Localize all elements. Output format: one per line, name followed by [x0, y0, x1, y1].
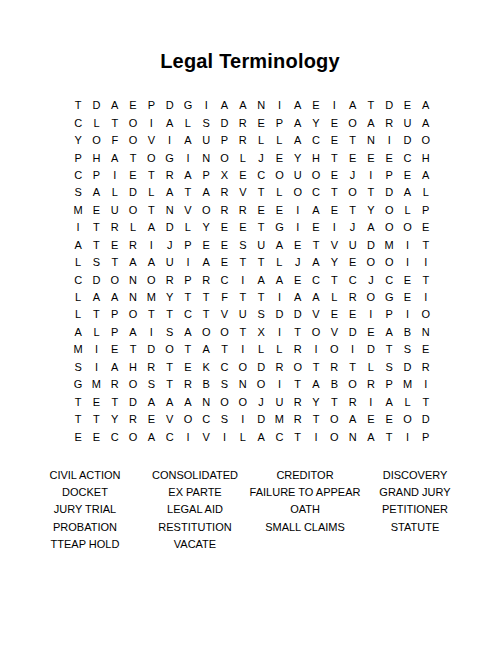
grid-cell: O — [362, 289, 380, 306]
word-list-item: CREDITOR — [250, 467, 360, 484]
grid-cell: E — [398, 271, 416, 288]
grid-cell: A — [307, 202, 325, 219]
grid-cell: D — [362, 341, 380, 358]
grid-cell: L — [270, 341, 288, 358]
grid-cell: J — [160, 237, 178, 254]
grid-cell: D — [124, 393, 142, 410]
grid-cell: A — [160, 393, 178, 410]
grid-cell: C — [307, 184, 325, 201]
grid-cell: D — [380, 184, 398, 201]
grid-cell: A — [106, 149, 124, 166]
word-list-item: CONSOLIDATED — [140, 467, 250, 484]
grid-cell: L — [270, 132, 288, 149]
grid-cell: S — [380, 359, 398, 376]
grid-cell: E — [417, 341, 435, 358]
grid-cell: I — [160, 132, 178, 149]
grid-cell: S — [160, 324, 178, 341]
grid-cell: C — [69, 271, 87, 288]
word-list-item: SMALL CLAIMS — [250, 519, 360, 536]
grid-cell: T — [417, 393, 435, 410]
grid-cell: T — [160, 376, 178, 393]
grid-cell: H — [87, 149, 105, 166]
grid-cell: E — [252, 114, 270, 131]
grid-cell: A — [106, 97, 124, 114]
grid-cell: C — [307, 271, 325, 288]
grid-cell: J — [252, 393, 270, 410]
grid-cell: I — [197, 97, 215, 114]
grid-cell: T — [215, 341, 233, 358]
grid-cell: I — [69, 219, 87, 236]
grid-cell: C — [252, 167, 270, 184]
grid-cell: T — [417, 237, 435, 254]
grid-cell: P — [142, 97, 160, 114]
grid-cell: L — [270, 184, 288, 201]
grid-cell: L — [398, 393, 416, 410]
grid-cell: T — [252, 219, 270, 236]
grid-cell: P — [417, 202, 435, 219]
grid-cell: A — [252, 428, 270, 445]
grid-cell: A — [289, 289, 307, 306]
grid-cell: A — [106, 359, 124, 376]
grid-cell: G — [270, 219, 288, 236]
grid-cell: I — [362, 306, 380, 323]
grid-cell: T — [289, 428, 307, 445]
grid-cell: V — [325, 324, 343, 341]
grid-cell: O — [362, 254, 380, 271]
grid-cell: F — [106, 132, 124, 149]
grid-cell: I — [325, 219, 343, 236]
grid-cell: I — [87, 341, 105, 358]
grid-cell: T — [343, 132, 361, 149]
grid-cell: A — [69, 237, 87, 254]
grid-cell: X — [215, 167, 233, 184]
grid-cell: E — [417, 219, 435, 236]
grid-cell: A — [270, 271, 288, 288]
grid-cell: C — [179, 306, 197, 323]
grid-cell: A — [380, 393, 398, 410]
grid-cell: O — [289, 184, 307, 201]
grid-cell: S — [87, 254, 105, 271]
grid-cell: L — [124, 219, 142, 236]
grid-cell: A — [234, 97, 252, 114]
grid-cell: O — [307, 324, 325, 341]
grid-cell: D — [252, 359, 270, 376]
grid-cell: E — [289, 271, 307, 288]
grid-cell: O — [87, 132, 105, 149]
grid-cell: A — [307, 289, 325, 306]
grid-cell: D — [289, 306, 307, 323]
grid-cell: N — [417, 324, 435, 341]
grid-cell: N — [234, 376, 252, 393]
grid-cell: O — [270, 167, 288, 184]
grid-cell: J — [343, 167, 361, 184]
grid-cell: C — [160, 428, 178, 445]
word-list-item: RESTITUTION — [140, 519, 250, 536]
grid-cell: L — [69, 289, 87, 306]
grid-cell: U — [343, 237, 361, 254]
grid-cell: A — [362, 428, 380, 445]
grid-cell: O — [325, 341, 343, 358]
grid-cell: R — [343, 289, 361, 306]
grid-cell: C — [380, 271, 398, 288]
grid-cell: N — [124, 271, 142, 288]
grid-cell: O — [106, 271, 124, 288]
grid-cell: A — [343, 97, 361, 114]
grid-cell: E — [380, 411, 398, 428]
grid-cell: T — [106, 393, 124, 410]
grid-cell: R — [124, 237, 142, 254]
grid-cell: Y — [160, 289, 178, 306]
grid-cell: T — [106, 254, 124, 271]
grid-cell: C — [69, 114, 87, 131]
grid-cell: T — [142, 202, 160, 219]
grid-cell: D — [343, 324, 361, 341]
grid-cell: R — [106, 219, 124, 236]
grid-cell: A — [142, 393, 160, 410]
grid-cell: P — [380, 306, 398, 323]
grid-cell: E — [124, 97, 142, 114]
grid-cell: A — [142, 428, 160, 445]
grid-cell: R — [234, 114, 252, 131]
grid-cell: E — [362, 411, 380, 428]
grid-cell: R — [160, 167, 178, 184]
grid-cell: T — [87, 237, 105, 254]
grid-cell: L — [325, 289, 343, 306]
grid-cell: I — [289, 219, 307, 236]
grid-cell: A — [417, 167, 435, 184]
grid-cell: A — [398, 184, 416, 201]
grid-cell: N — [197, 393, 215, 410]
grid-cell: U — [398, 114, 416, 131]
grid-cell: I — [215, 428, 233, 445]
grid-cell: L — [87, 324, 105, 341]
word-list-item: GRAND JURY — [360, 484, 470, 501]
word-list-item: DOCKET — [30, 484, 140, 501]
grid-cell: R — [289, 393, 307, 410]
grid-cell: T — [252, 289, 270, 306]
grid-cell: P — [106, 324, 124, 341]
grid-cell: R — [106, 376, 124, 393]
grid-cell: E — [325, 202, 343, 219]
grid-cell: O — [417, 306, 435, 323]
grid-cell: T — [234, 289, 252, 306]
grid-cell: E — [307, 219, 325, 236]
grid-cell: D — [270, 306, 288, 323]
grid-cell: T — [160, 359, 178, 376]
grid-cell: H — [307, 149, 325, 166]
grid-cell: T — [69, 97, 87, 114]
grid-cell: O — [325, 428, 343, 445]
word-list-item: JURY TRIAL — [30, 501, 140, 518]
grid-cell: R — [215, 202, 233, 219]
grid-cell: R — [380, 114, 398, 131]
grid-cell: S — [234, 237, 252, 254]
grid-cell: G — [380, 289, 398, 306]
grid-cell: J — [252, 149, 270, 166]
grid-cell: I — [87, 359, 105, 376]
grid-cell: T — [234, 254, 252, 271]
grid-cell: X — [252, 324, 270, 341]
grid-cell: P — [380, 376, 398, 393]
grid-cell: T — [252, 254, 270, 271]
grid-cell: E — [362, 149, 380, 166]
grid-cell: A — [179, 167, 197, 184]
grid-cell: E — [289, 237, 307, 254]
grid-cell: R — [270, 359, 288, 376]
grid-cell: O — [124, 306, 142, 323]
grid-cell: I — [270, 324, 288, 341]
grid-cell: A — [380, 324, 398, 341]
grid-cell: A — [142, 254, 160, 271]
grid-cell: O — [380, 202, 398, 219]
grid-cell: A — [343, 411, 361, 428]
grid-cell: R — [124, 411, 142, 428]
grid-cell: L — [179, 114, 197, 131]
grid-cell: S — [197, 114, 215, 131]
grid-cell: R — [234, 202, 252, 219]
grid-cell: L — [252, 341, 270, 358]
grid-cell: U — [270, 393, 288, 410]
grid-cell: N — [124, 289, 142, 306]
grid-cell: R — [197, 271, 215, 288]
grid-cell: R — [234, 132, 252, 149]
grid-cell: U — [106, 202, 124, 219]
grid-cell: B — [398, 324, 416, 341]
grid-cell: C — [69, 167, 87, 184]
grid-cell: E — [106, 237, 124, 254]
grid-cell: J — [289, 254, 307, 271]
grid-cell: D — [124, 184, 142, 201]
grid-cell: O — [124, 114, 142, 131]
grid-cell: Y — [106, 411, 124, 428]
word-list-item: FAILURE TO APPEAR — [250, 484, 360, 501]
grid-cell: P — [106, 306, 124, 323]
grid-cell: A — [179, 393, 197, 410]
grid-cell: L — [270, 254, 288, 271]
grid-cell: I — [398, 254, 416, 271]
word-list-item: PROBATION — [30, 519, 140, 536]
grid-cell: A — [197, 341, 215, 358]
grid-cell: C — [215, 271, 233, 288]
grid-cell: N — [343, 428, 361, 445]
grid-cell: T — [87, 219, 105, 236]
grid-cell: O — [215, 149, 233, 166]
grid-cell: V — [307, 306, 325, 323]
grid-cell: I — [106, 167, 124, 184]
grid-cell: G — [179, 97, 197, 114]
grid-cell: T — [307, 237, 325, 254]
grid-cell: Y — [307, 393, 325, 410]
grid-cell: U — [252, 237, 270, 254]
grid-cell: O — [380, 219, 398, 236]
grid-cell: Y — [362, 202, 380, 219]
grid-cell: D — [398, 132, 416, 149]
grid-cell: O — [160, 341, 178, 358]
grid-cell: T — [106, 114, 124, 131]
grid-cell: A — [289, 132, 307, 149]
grid-cell: T — [289, 376, 307, 393]
grid-cell: E — [325, 306, 343, 323]
grid-cell: T — [307, 411, 325, 428]
grid-cell: I — [142, 237, 160, 254]
grid-cell: J — [362, 271, 380, 288]
grid-cell: O — [142, 271, 160, 288]
grid-cell: A — [69, 324, 87, 341]
grid-cell: D — [417, 411, 435, 428]
grid-cell: I — [234, 271, 252, 288]
grid-cell: A — [289, 114, 307, 131]
grid-cell: V — [142, 132, 160, 149]
grid-cell: V — [325, 237, 343, 254]
grid-cell: E — [252, 202, 270, 219]
grid-cell: O — [197, 202, 215, 219]
grid-cell: L — [234, 428, 252, 445]
grid-cell: A — [362, 219, 380, 236]
word-list-item: DISCOVERY — [360, 467, 470, 484]
grid-cell: T — [307, 359, 325, 376]
grid-cell: L — [398, 202, 416, 219]
grid-cell: U — [289, 167, 307, 184]
grid-cell: I — [142, 114, 160, 131]
grid-cell: T — [179, 289, 197, 306]
grid-cell: T — [343, 359, 361, 376]
grid-cell: O — [343, 376, 361, 393]
grid-cell: V — [179, 202, 197, 219]
grid-cell: A — [87, 184, 105, 201]
grid-cell: E — [362, 324, 380, 341]
grid-cell: U — [234, 306, 252, 323]
grid-cell: T — [124, 149, 142, 166]
grid-cell: T — [362, 184, 380, 201]
grid-cell: T — [142, 167, 160, 184]
grid-cell: E — [69, 428, 87, 445]
grid-cell: M — [142, 289, 160, 306]
grid-cell: I — [398, 306, 416, 323]
grid-cell: I — [179, 428, 197, 445]
grid-cell: D — [398, 359, 416, 376]
grid-cell: A — [417, 97, 435, 114]
grid-cell: T — [362, 97, 380, 114]
grid-cell: L — [234, 149, 252, 166]
grid-cell: O — [380, 254, 398, 271]
grid-cell: R — [160, 271, 178, 288]
grid-cell: P — [179, 271, 197, 288]
grid-cell: T — [325, 393, 343, 410]
grid-cell: H — [124, 359, 142, 376]
grid-cell: L — [69, 254, 87, 271]
grid-cell: O — [179, 411, 197, 428]
word-search-grid: TDAEPDGIAANIAEIATDEACLTOIALSDREPAYEOARUA… — [69, 97, 435, 446]
grid-cell: A — [307, 376, 325, 393]
grid-cell: O — [142, 149, 160, 166]
grid-cell: B — [325, 376, 343, 393]
grid-cell: U — [160, 254, 178, 271]
grid-cell: I — [307, 428, 325, 445]
grid-cell: M — [270, 411, 288, 428]
word-list-item: LEGAL AID — [140, 501, 250, 518]
grid-cell: V — [215, 306, 233, 323]
grid-cell: D — [160, 219, 178, 236]
grid-cell: O — [124, 428, 142, 445]
grid-cell: E — [124, 167, 142, 184]
grid-cell: M — [398, 376, 416, 393]
grid-cell: O — [343, 184, 361, 201]
grid-cell: I — [270, 97, 288, 114]
grid-cell: R — [343, 393, 361, 410]
grid-cell: C — [197, 411, 215, 428]
grid-cell: O — [124, 132, 142, 149]
grid-cell: T — [197, 306, 215, 323]
grid-cell: T — [124, 341, 142, 358]
grid-cell: S — [142, 376, 160, 393]
grid-cell: L — [87, 114, 105, 131]
grid-cell: P — [87, 167, 105, 184]
grid-cell: D — [380, 97, 398, 114]
grid-cell: A — [160, 184, 178, 201]
grid-cell: R — [417, 359, 435, 376]
grid-cell: E — [142, 411, 160, 428]
grid-cell: E — [398, 97, 416, 114]
grid-cell: M — [380, 237, 398, 254]
grid-cell: N — [160, 202, 178, 219]
grid-cell: A — [215, 97, 233, 114]
grid-cell: A — [124, 254, 142, 271]
grid-cell: A — [160, 114, 178, 131]
grid-cell: I — [398, 428, 416, 445]
grid-cell: T — [325, 271, 343, 288]
grid-cell: B — [197, 376, 215, 393]
grid-cell: S — [215, 376, 233, 393]
grid-cell: L — [142, 184, 160, 201]
grid-cell: P — [215, 132, 233, 149]
grid-cell: P — [179, 237, 197, 254]
grid-cell: C — [215, 359, 233, 376]
grid-cell: K — [197, 359, 215, 376]
grid-cell: O — [307, 167, 325, 184]
grid-cell: D — [87, 97, 105, 114]
grid-cell: E — [307, 97, 325, 114]
grid-cell: D — [87, 271, 105, 288]
grid-cell: Y — [69, 132, 87, 149]
grid-cell: C — [398, 149, 416, 166]
grid-cell: I — [289, 202, 307, 219]
grid-cell: J — [343, 219, 361, 236]
grid-cell: L — [179, 219, 197, 236]
grid-cell: G — [160, 149, 178, 166]
grid-cell: Y — [307, 114, 325, 131]
grid-cell: T — [160, 306, 178, 323]
grid-cell: P — [69, 149, 87, 166]
grid-cell: N — [197, 149, 215, 166]
grid-cell: M — [87, 376, 105, 393]
grid-cell: I — [362, 393, 380, 410]
grid-cell: E — [87, 428, 105, 445]
grid-cell: O — [398, 219, 416, 236]
grid-cell: E — [380, 149, 398, 166]
grid-cell: E — [398, 289, 416, 306]
grid-cell: A — [362, 114, 380, 131]
grid-cell: Y — [289, 149, 307, 166]
grid-cell: D — [160, 97, 178, 114]
grid-cell: R — [289, 411, 307, 428]
grid-cell: I — [234, 341, 252, 358]
grid-cell: S — [252, 306, 270, 323]
grid-cell: T — [252, 184, 270, 201]
grid-cell: E — [87, 202, 105, 219]
grid-cell: T — [179, 341, 197, 358]
grid-cell: L — [106, 184, 124, 201]
word-list-item: VACATE — [140, 536, 250, 553]
